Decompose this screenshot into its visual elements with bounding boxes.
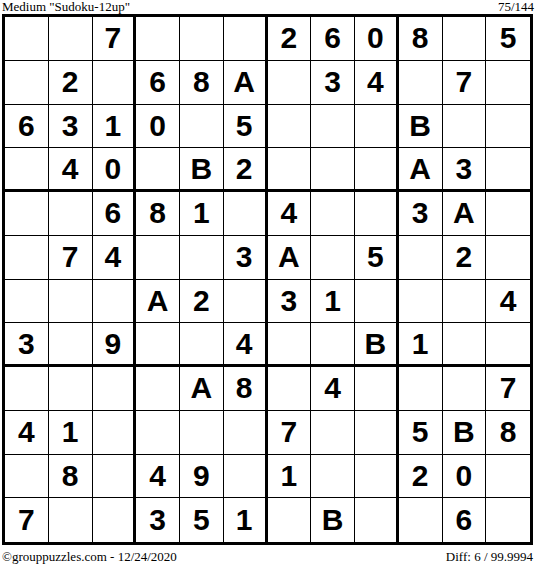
cell-r1c3: 7 xyxy=(93,17,137,61)
cell-r11c12[interactable] xyxy=(486,455,530,499)
cell-r10c1: 4 xyxy=(5,411,49,455)
cell-r6c7: A xyxy=(268,236,312,280)
cell-r9c6: 8 xyxy=(224,367,268,411)
cell-r7c6[interactable] xyxy=(224,280,268,324)
cell-r11c1[interactable] xyxy=(5,455,49,499)
cell-r7c3[interactable] xyxy=(93,280,137,324)
cell-r4c7[interactable] xyxy=(268,148,312,192)
cell-r6c9: 5 xyxy=(355,236,399,280)
cell-r7c4: A xyxy=(136,280,180,324)
cell-r9c4[interactable] xyxy=(136,367,180,411)
cell-r2c6: A xyxy=(224,61,268,105)
cell-r9c11[interactable] xyxy=(443,367,487,411)
cell-r5c10: 3 xyxy=(399,192,443,236)
cell-r4c11: 3 xyxy=(443,148,487,192)
cell-r2c10[interactable] xyxy=(399,61,443,105)
cell-r4c9[interactable] xyxy=(355,148,399,192)
cell-r7c10[interactable] xyxy=(399,280,443,324)
cell-r10c6[interactable] xyxy=(224,411,268,455)
cell-r9c10[interactable] xyxy=(399,367,443,411)
cell-r3c4: 0 xyxy=(136,105,180,149)
cell-r10c11: B xyxy=(443,411,487,455)
cell-r11c10: 2 xyxy=(399,455,443,499)
cell-r12c10[interactable] xyxy=(399,498,443,542)
cell-r2c7[interactable] xyxy=(268,61,312,105)
cell-r6c11: 2 xyxy=(443,236,487,280)
cell-r8c5[interactable] xyxy=(180,323,224,367)
cell-r3c6: 5 xyxy=(224,105,268,149)
cell-r4c12[interactable] xyxy=(486,148,530,192)
sudoku-board: 726085268A34763105B40B2A368143A743A52A23… xyxy=(2,14,533,545)
cell-r9c9[interactable] xyxy=(355,367,399,411)
cell-r2c1[interactable] xyxy=(5,61,49,105)
cell-r8c11[interactable] xyxy=(443,323,487,367)
cell-r8c3: 9 xyxy=(93,323,137,367)
cell-r1c7: 2 xyxy=(268,17,312,61)
cell-r7c8: 1 xyxy=(311,280,355,324)
cell-r12c2[interactable] xyxy=(49,498,93,542)
cell-r5c6[interactable] xyxy=(224,192,268,236)
cell-r12c11: 6 xyxy=(443,498,487,542)
cell-r12c9[interactable] xyxy=(355,498,399,542)
cell-r9c5: A xyxy=(180,367,224,411)
cell-r11c6[interactable] xyxy=(224,455,268,499)
cell-r7c2[interactable] xyxy=(49,280,93,324)
cell-r7c7: 3 xyxy=(268,280,312,324)
cell-r1c12: 5 xyxy=(486,17,530,61)
cell-r10c3[interactable] xyxy=(93,411,137,455)
puzzle-title: Medium "Sudoku-12up" xyxy=(2,0,130,13)
cell-r1c6[interactable] xyxy=(224,17,268,61)
cell-r9c8: 4 xyxy=(311,367,355,411)
cell-r10c2: 1 xyxy=(49,411,93,455)
cell-r3c5[interactable] xyxy=(180,105,224,149)
cell-r7c11[interactable] xyxy=(443,280,487,324)
cell-r4c8[interactable] xyxy=(311,148,355,192)
cell-r8c8[interactable] xyxy=(311,323,355,367)
cell-r10c7: 7 xyxy=(268,411,312,455)
cell-r5c5: 1 xyxy=(180,192,224,236)
cell-r3c11[interactable] xyxy=(443,105,487,149)
cell-r4c10: A xyxy=(399,148,443,192)
cell-r3c9[interactable] xyxy=(355,105,399,149)
cell-r6c6: 3 xyxy=(224,236,268,280)
cell-r4c6: 2 xyxy=(224,148,268,192)
cell-r3c10: B xyxy=(399,105,443,149)
cell-r11c7: 1 xyxy=(268,455,312,499)
cell-r5c7: 4 xyxy=(268,192,312,236)
cell-r8c9: B xyxy=(355,323,399,367)
cell-r6c8[interactable] xyxy=(311,236,355,280)
cell-r2c11: 7 xyxy=(443,61,487,105)
cell-r7c12: 4 xyxy=(486,280,530,324)
cell-r9c3[interactable] xyxy=(93,367,137,411)
cell-r4c3: 0 xyxy=(93,148,137,192)
cell-r1c4[interactable] xyxy=(136,17,180,61)
cell-r3c3: 1 xyxy=(93,105,137,149)
cell-r11c2: 8 xyxy=(49,455,93,499)
cell-r3c1: 6 xyxy=(5,105,49,149)
cell-r11c9[interactable] xyxy=(355,455,399,499)
cell-r1c8: 6 xyxy=(311,17,355,61)
cell-r12c12[interactable] xyxy=(486,498,530,542)
cell-r11c4: 4 xyxy=(136,455,180,499)
cell-r12c7[interactable] xyxy=(268,498,312,542)
cell-r2c12[interactable] xyxy=(486,61,530,105)
cell-r11c8[interactable] xyxy=(311,455,355,499)
cell-r1c9: 0 xyxy=(355,17,399,61)
cell-r5c4: 8 xyxy=(136,192,180,236)
cell-r1c2[interactable] xyxy=(49,17,93,61)
cell-r5c11: A xyxy=(443,192,487,236)
cell-r12c5: 5 xyxy=(180,498,224,542)
cell-r12c8: B xyxy=(311,498,355,542)
cell-r3c2: 3 xyxy=(49,105,93,149)
cell-r9c7[interactable] xyxy=(268,367,312,411)
header: Medium "Sudoku-12up" 75/144 xyxy=(0,0,535,14)
cell-r10c9[interactable] xyxy=(355,411,399,455)
cell-r10c5[interactable] xyxy=(180,411,224,455)
cell-r4c5: B xyxy=(180,148,224,192)
cell-r2c3[interactable] xyxy=(93,61,137,105)
cell-r3c8[interactable] xyxy=(311,105,355,149)
cell-r6c3: 4 xyxy=(93,236,137,280)
cell-r9c2[interactable] xyxy=(49,367,93,411)
cell-r4c2: 4 xyxy=(49,148,93,192)
cell-r6c12[interactable] xyxy=(486,236,530,280)
cell-r6c2: 7 xyxy=(49,236,93,280)
footer: ©grouppuzzles.com - 12/24/2020 Diff: 6 /… xyxy=(0,550,535,564)
cell-r12c6: 1 xyxy=(224,498,268,542)
cell-r5c3: 6 xyxy=(93,192,137,236)
cell-r8c2[interactable] xyxy=(49,323,93,367)
cell-r11c3[interactable] xyxy=(93,455,137,499)
cell-r2c9: 4 xyxy=(355,61,399,105)
cell-r2c8: 3 xyxy=(311,61,355,105)
cell-r10c12: 8 xyxy=(486,411,530,455)
cell-r12c3[interactable] xyxy=(93,498,137,542)
cell-r3c12[interactable] xyxy=(486,105,530,149)
cell-r2c4: 6 xyxy=(136,61,180,105)
cell-r9c1[interactable] xyxy=(5,367,49,411)
cell-r1c10: 8 xyxy=(399,17,443,61)
cell-r8c4[interactable] xyxy=(136,323,180,367)
cell-r5c2[interactable] xyxy=(49,192,93,236)
cell-r8c7[interactable] xyxy=(268,323,312,367)
cell-r5c12[interactable] xyxy=(486,192,530,236)
cell-r8c1: 3 xyxy=(5,323,49,367)
cell-r10c10: 5 xyxy=(399,411,443,455)
puzzle-counter: 75/144 xyxy=(498,0,534,13)
cell-r3c7[interactable] xyxy=(268,105,312,149)
cell-r2c2: 2 xyxy=(49,61,93,105)
cell-r2c5: 8 xyxy=(180,61,224,105)
cell-r12c4: 3 xyxy=(136,498,180,542)
cell-r10c4[interactable] xyxy=(136,411,180,455)
footer-copyright: ©grouppuzzles.com - 12/24/2020 xyxy=(2,550,177,564)
cell-r6c10[interactable] xyxy=(399,236,443,280)
cell-r12c1: 7 xyxy=(5,498,49,542)
cell-r8c12[interactable] xyxy=(486,323,530,367)
footer-diff: Diff: 6 / 99.9994 xyxy=(446,550,533,564)
cell-r1c11[interactable] xyxy=(443,17,487,61)
cell-r4c1[interactable] xyxy=(5,148,49,192)
cell-r5c8[interactable] xyxy=(311,192,355,236)
cell-r7c5: 2 xyxy=(180,280,224,324)
cell-r11c5: 9 xyxy=(180,455,224,499)
cell-r11c11: 0 xyxy=(443,455,487,499)
cell-r8c6: 4 xyxy=(224,323,268,367)
cell-r10c8[interactable] xyxy=(311,411,355,455)
cell-r1c1[interactable] xyxy=(5,17,49,61)
cell-r9c12: 7 xyxy=(486,367,530,411)
cell-r6c5[interactable] xyxy=(180,236,224,280)
cell-r6c4[interactable] xyxy=(136,236,180,280)
cell-r4c4[interactable] xyxy=(136,148,180,192)
cell-r7c9[interactable] xyxy=(355,280,399,324)
cell-r5c1[interactable] xyxy=(5,192,49,236)
cell-r7c1[interactable] xyxy=(5,280,49,324)
cell-r8c10: 1 xyxy=(399,323,443,367)
cell-r1c5[interactable] xyxy=(180,17,224,61)
cell-r5c9[interactable] xyxy=(355,192,399,236)
cell-r6c1[interactable] xyxy=(5,236,49,280)
